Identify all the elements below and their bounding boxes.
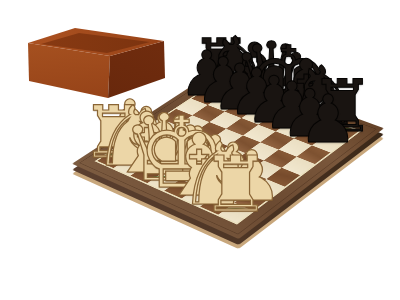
chess-set-photo: ♜♞♝♛♚♝♞♜♟♟♟♟♟♟♟♟♟♟♟♟♟♟♟♟♜♞♝♛♚♝♞♜ [0, 0, 400, 300]
white-rook-h1[interactable]: ♜ [201, 147, 270, 224]
black-pawn-h7[interactable]: ♟ [298, 87, 357, 153]
